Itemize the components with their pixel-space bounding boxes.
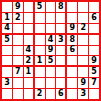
cell-r5c8-empty[interactable]: [78, 46, 88, 56]
cell-r2c1-given-1: 1: [2, 13, 12, 23]
cell-r1c2-given-9: 9: [13, 2, 23, 12]
cell-r8c3-empty[interactable]: [24, 78, 34, 88]
cell-r1c7-empty[interactable]: [67, 2, 77, 12]
cell-r1c1-empty[interactable]: [2, 2, 12, 12]
cell-r5c1-empty[interactable]: [2, 46, 12, 56]
cell-r9c7-empty[interactable]: [67, 89, 77, 99]
cell-r1c6-given-8: 8: [56, 2, 66, 12]
cell-r7c5-empty[interactable]: [46, 67, 56, 77]
cell-r2c3-empty[interactable]: [24, 13, 34, 23]
cell-r8c9-given-7: 7: [89, 78, 99, 88]
cell-r6c8-empty[interactable]: [78, 56, 88, 66]
cell-r4c2-empty[interactable]: [13, 35, 23, 45]
cell-r4c7-given-8: 8: [67, 35, 77, 45]
cell-r5c5-given-9: 9: [46, 46, 56, 56]
cell-r3c5-empty[interactable]: [46, 24, 56, 34]
cell-r9c3-empty[interactable]: [24, 89, 34, 99]
cell-r5c2-empty[interactable]: [13, 46, 23, 56]
sudoku-board: 95812649254384962159715397263: [0, 0, 101, 101]
cell-r6c3-given-2: 2: [24, 56, 34, 66]
cell-r8c7-empty[interactable]: [67, 78, 77, 88]
cell-r8c5-empty[interactable]: [46, 78, 56, 88]
cell-r9c5-empty[interactable]: [46, 89, 56, 99]
cell-r5c9-empty[interactable]: [89, 46, 99, 56]
cell-r3c6-empty[interactable]: [56, 24, 66, 34]
cell-r3c2-empty[interactable]: [13, 24, 23, 34]
cell-r4c1-given-5: 5: [2, 35, 12, 45]
cell-r3c3-empty[interactable]: [24, 24, 34, 34]
cell-r4c9-empty[interactable]: [89, 35, 99, 45]
cell-r2c8-empty[interactable]: [78, 13, 88, 23]
cell-r9c8-given-3: 3: [78, 89, 88, 99]
cell-r7c7-empty[interactable]: [67, 67, 77, 77]
cell-r8c8-given-9: 9: [78, 78, 88, 88]
cell-r9c4-given-2: 2: [35, 89, 45, 99]
cell-r6c9-given-9: 9: [89, 56, 99, 66]
cell-r2c4-empty[interactable]: [35, 13, 45, 23]
cell-r7c2-given-7: 7: [13, 67, 23, 77]
cell-r7c9-given-5: 5: [89, 67, 99, 77]
cell-r9c9-empty[interactable]: [89, 89, 99, 99]
cell-r3c8-given-2: 2: [78, 24, 88, 34]
cell-r5c6-empty[interactable]: [56, 46, 66, 56]
cell-r1c8-empty[interactable]: [78, 2, 88, 12]
cell-r2c5-empty[interactable]: [46, 13, 56, 23]
cell-r2c2-given-2: 2: [13, 13, 23, 23]
cell-r6c7-empty[interactable]: [67, 56, 77, 66]
cell-r7c6-empty[interactable]: [56, 67, 66, 77]
cell-r7c8-empty[interactable]: [78, 67, 88, 77]
cell-r6c5-given-5: 5: [46, 56, 56, 66]
cell-r4c6-given-3: 3: [56, 35, 66, 45]
cell-r4c3-empty[interactable]: [24, 35, 34, 45]
cell-r6c1-empty[interactable]: [2, 56, 12, 66]
cell-r3c9-empty[interactable]: [89, 24, 99, 34]
cell-r8c2-empty[interactable]: [13, 78, 23, 88]
cell-r2c9-given-6: 6: [89, 13, 99, 23]
cell-r7c1-empty[interactable]: [2, 67, 12, 77]
cell-r5c4-empty[interactable]: [35, 46, 45, 56]
cell-r8c6-empty[interactable]: [56, 78, 66, 88]
cell-r7c3-given-1: 1: [24, 67, 34, 77]
cell-r5c7-given-6: 6: [67, 46, 77, 56]
cell-r1c9-empty[interactable]: [89, 2, 99, 12]
cell-r9c6-given-6: 6: [56, 89, 66, 99]
cell-r2c7-empty[interactable]: [67, 13, 77, 23]
cell-r7c4-empty[interactable]: [35, 67, 45, 77]
cell-r1c5-empty[interactable]: [46, 2, 56, 12]
cell-r6c2-empty[interactable]: [13, 56, 23, 66]
cell-r8c4-empty[interactable]: [35, 78, 45, 88]
cell-r3c4-empty[interactable]: [35, 24, 45, 34]
cell-r2c6-empty[interactable]: [56, 13, 66, 23]
cell-r9c1-empty[interactable]: [2, 89, 12, 99]
cell-r4c5-given-4: 4: [46, 35, 56, 45]
cell-r5c3-given-4: 4: [24, 46, 34, 56]
cell-r4c4-empty[interactable]: [35, 35, 45, 45]
cell-r8c1-given-3: 3: [2, 78, 12, 88]
cell-r4c8-empty[interactable]: [78, 35, 88, 45]
cell-r3c7-given-9: 9: [67, 24, 77, 34]
cell-r3c1-given-4: 4: [2, 24, 12, 34]
cell-r9c2-empty[interactable]: [13, 89, 23, 99]
cell-r6c4-given-1: 1: [35, 56, 45, 66]
cell-r1c4-given-5: 5: [35, 2, 45, 12]
cell-r1c3-empty[interactable]: [24, 2, 34, 12]
cell-r6c6-empty[interactable]: [56, 56, 66, 66]
